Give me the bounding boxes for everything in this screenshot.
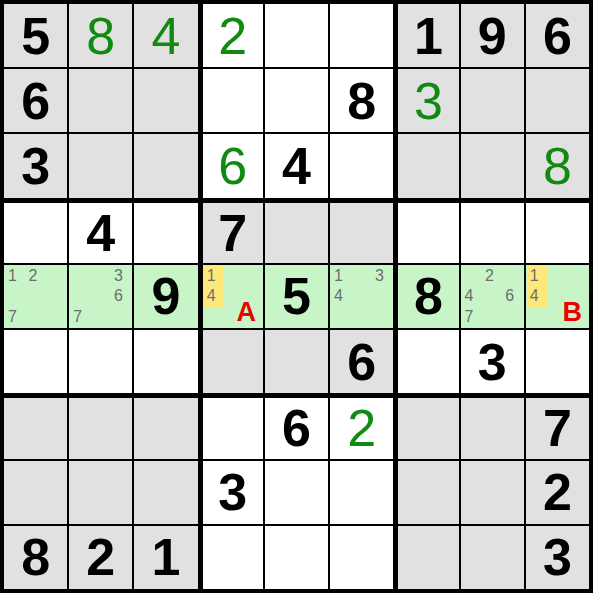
cell-r3c7[interactable] — [395, 134, 458, 197]
cell-r4c4[interactable]: 7 — [200, 200, 263, 263]
cell-r2c5[interactable] — [265, 69, 328, 132]
pencil-mark-2: 2 — [25, 266, 45, 286]
cell-r8c4[interactable]: 3 — [200, 461, 263, 524]
cell-r3c4[interactable]: 6 — [200, 134, 263, 197]
sudoku-board: 5842196683364847127367914A51348246714B63… — [0, 0, 593, 593]
given-digit: 2 — [543, 466, 572, 518]
cell-r9c1[interactable]: 8 — [4, 526, 67, 589]
cell-r8c9[interactable]: 2 — [526, 461, 589, 524]
cell-r1c1[interactable]: 5 — [4, 4, 67, 67]
cell-r8c8[interactable] — [461, 461, 524, 524]
cell-r1c4[interactable]: 2 — [200, 4, 263, 67]
given-digit: 3 — [21, 140, 50, 192]
cell-r8c3[interactable] — [134, 461, 197, 524]
pencil-marks: 127 — [5, 266, 66, 327]
cell-r5c2[interactable]: 367 — [69, 265, 132, 328]
cell-label-b: B — [562, 299, 582, 326]
given-digit: 3 — [478, 336, 507, 388]
pencil-mark-2: 2 — [482, 266, 502, 286]
cell-r5c5[interactable]: 5 — [265, 265, 328, 328]
given-digit: 9 — [152, 270, 181, 322]
pencil-mark-3: 3 — [372, 266, 392, 286]
cell-r3c3[interactable] — [134, 134, 197, 197]
cell-r1c5[interactable] — [265, 4, 328, 67]
cell-r1c2[interactable]: 8 — [69, 4, 132, 67]
cell-r2c7[interactable]: 3 — [395, 69, 458, 132]
pencil-mark-6: 6 — [502, 286, 522, 306]
cell-r3c2[interactable] — [69, 134, 132, 197]
cell-r6c5[interactable] — [265, 330, 328, 393]
cell-r2c8[interactable] — [461, 69, 524, 132]
cell-r5c9[interactable]: 14B — [526, 265, 589, 328]
cell-r2c6[interactable]: 8 — [330, 69, 393, 132]
cell-r9c8[interactable] — [461, 526, 524, 589]
cell-r7c7[interactable] — [395, 395, 458, 458]
cell-r9c4[interactable] — [200, 526, 263, 589]
given-digit: 3 — [218, 466, 247, 518]
cell-r2c1[interactable]: 6 — [4, 69, 67, 132]
cell-r9c7[interactable] — [395, 526, 458, 589]
pencil-mark-1: 1 — [527, 266, 547, 286]
given-digit: 5 — [21, 10, 50, 62]
cell-r1c7[interactable]: 1 — [395, 4, 458, 67]
solved-digit: 2 — [347, 402, 376, 454]
cell-r9c3[interactable]: 1 — [134, 526, 197, 589]
given-digit: 7 — [543, 402, 572, 454]
given-digit: 8 — [414, 270, 443, 322]
given-digit: 4 — [282, 140, 311, 192]
cell-r1c6[interactable] — [330, 4, 393, 67]
given-digit: 3 — [543, 531, 572, 583]
given-digit: 5 — [282, 270, 311, 322]
cell-r5c7[interactable]: 8 — [395, 265, 458, 328]
cell-r8c2[interactable] — [69, 461, 132, 524]
cell-r2c2[interactable] — [69, 69, 132, 132]
solved-digit: 4 — [152, 10, 181, 62]
pencil-mark-4: 4 — [462, 286, 482, 306]
pencil-mark-1: 1 — [204, 266, 223, 286]
pencil-mark-3: 3 — [111, 266, 131, 286]
solved-digit: 6 — [218, 140, 247, 192]
cell-r4c6[interactable] — [330, 200, 393, 263]
pencil-mark-7: 7 — [462, 307, 482, 327]
pencil-marks: 134 — [331, 266, 392, 327]
cell-r1c8[interactable]: 9 — [461, 4, 524, 67]
cell-r4c5[interactable] — [265, 200, 328, 263]
cell-r1c9[interactable]: 6 — [526, 4, 589, 67]
solved-digit: 8 — [543, 140, 572, 192]
pencil-marks: 2467 — [462, 266, 523, 327]
cell-r2c3[interactable] — [134, 69, 197, 132]
given-digit: 7 — [218, 207, 247, 259]
cell-r3c8[interactable] — [461, 134, 524, 197]
cell-r3c5[interactable]: 4 — [265, 134, 328, 197]
cell-r7c4[interactable] — [200, 395, 263, 458]
cell-r7c2[interactable] — [69, 395, 132, 458]
cell-r7c8[interactable] — [461, 395, 524, 458]
cell-r6c6[interactable]: 6 — [330, 330, 393, 393]
cell-r9c2[interactable]: 2 — [69, 526, 132, 589]
cell-r6c3[interactable] — [134, 330, 197, 393]
cell-r3c6[interactable] — [330, 134, 393, 197]
cell-r5c1[interactable]: 127 — [4, 265, 67, 328]
pencil-mark-6: 6 — [111, 286, 131, 306]
given-digit: 8 — [347, 75, 376, 127]
cell-r5c4[interactable]: 14A — [200, 265, 263, 328]
cell-r8c1[interactable] — [4, 461, 67, 524]
cell-r7c1[interactable] — [4, 395, 67, 458]
pencil-mark-1: 1 — [5, 266, 25, 286]
cell-r9c9[interactable]: 3 — [526, 526, 589, 589]
cell-r6c4[interactable] — [200, 330, 263, 393]
cell-r5c3[interactable]: 9 — [134, 265, 197, 328]
cell-r2c9[interactable] — [526, 69, 589, 132]
cell-r6c8[interactable]: 3 — [461, 330, 524, 393]
cell-r4c1[interactable] — [4, 200, 67, 263]
given-digit: 2 — [86, 531, 115, 583]
cell-r4c8[interactable] — [461, 200, 524, 263]
pencil-mark-1: 1 — [331, 266, 351, 286]
cell-label-a: A — [236, 299, 256, 326]
cell-r7c9[interactable]: 7 — [526, 395, 589, 458]
cell-r6c9[interactable] — [526, 330, 589, 393]
cell-r8c5[interactable] — [265, 461, 328, 524]
cell-r6c1[interactable] — [4, 330, 67, 393]
cell-r7c6[interactable]: 2 — [330, 395, 393, 458]
solved-digit: 8 — [86, 10, 115, 62]
given-digit: 1 — [414, 10, 443, 62]
cell-r3c1[interactable]: 3 — [4, 134, 67, 197]
pencil-mark-4: 4 — [527, 286, 547, 306]
cell-r5c8[interactable]: 2467 — [461, 265, 524, 328]
pencil-mark-7: 7 — [70, 307, 90, 327]
solved-digit: 3 — [414, 75, 443, 127]
cell-r4c2[interactable]: 4 — [69, 200, 132, 263]
given-digit: 9 — [478, 10, 507, 62]
cell-r5c6[interactable]: 134 — [330, 265, 393, 328]
cell-r2c4[interactable] — [200, 69, 263, 132]
cell-r9c5[interactable] — [265, 526, 328, 589]
cell-r1c3[interactable]: 4 — [134, 4, 197, 67]
given-digit: 6 — [21, 75, 50, 127]
cell-r8c6[interactable] — [330, 461, 393, 524]
pencil-mark-4: 4 — [331, 286, 351, 306]
pencil-mark-4: 4 — [204, 286, 223, 306]
cell-r7c3[interactable] — [134, 395, 197, 458]
cell-r6c7[interactable] — [395, 330, 458, 393]
cell-r6c2[interactable] — [69, 330, 132, 393]
cell-r4c9[interactable] — [526, 200, 589, 263]
given-digit: 4 — [86, 207, 115, 259]
cell-r3c9[interactable]: 8 — [526, 134, 589, 197]
cell-r4c3[interactable] — [134, 200, 197, 263]
given-digit: 6 — [543, 10, 572, 62]
solved-digit: 2 — [218, 10, 247, 62]
given-digit: 1 — [152, 531, 181, 583]
cell-r9c6[interactable] — [330, 526, 393, 589]
cell-r8c7[interactable] — [395, 461, 458, 524]
given-digit: 6 — [347, 336, 376, 388]
pencil-mark-7: 7 — [5, 307, 25, 327]
cell-r7c5[interactable]: 6 — [265, 395, 328, 458]
given-digit: 6 — [282, 402, 311, 454]
pencil-marks: 367 — [70, 266, 131, 327]
given-digit: 8 — [21, 531, 50, 583]
cell-r4c7[interactable] — [395, 200, 458, 263]
